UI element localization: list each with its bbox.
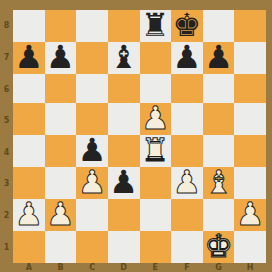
rank-label-2: 2: [0, 200, 13, 232]
square-c7[interactable]: [76, 42, 108, 74]
black-bishop-d7[interactable]: ♝: [109, 41, 138, 73]
black-king-f8[interactable]: ♚: [173, 9, 202, 41]
rank-label-5: 5: [0, 105, 13, 137]
white-pawn-e5[interactable]: ♟: [141, 102, 170, 134]
white-pawn-a2[interactable]: ♟: [14, 198, 43, 230]
square-g1[interactable]: ♚: [203, 231, 235, 263]
square-e3[interactable]: [140, 167, 172, 199]
black-pawn-d3[interactable]: ♟: [109, 166, 138, 198]
square-d6[interactable]: [108, 74, 140, 103]
chess-board: ♜♚♟♟♝♟♟♟♟♜♟♟♟♝♟♟♟♚: [13, 10, 266, 263]
square-b6[interactable]: [45, 74, 77, 103]
square-c2[interactable]: [76, 199, 108, 231]
file-label-a: A: [13, 262, 45, 272]
square-f1[interactable]: [171, 231, 203, 263]
rank-label-6: 6: [0, 73, 13, 105]
square-f5[interactable]: [171, 103, 203, 135]
square-c3[interactable]: ♟: [76, 167, 108, 199]
square-a4[interactable]: [13, 135, 45, 167]
square-h5[interactable]: [234, 103, 266, 135]
file-labels: ABCDEFGH: [13, 262, 266, 272]
white-pawn-c3[interactable]: ♟: [78, 166, 107, 198]
square-a6[interactable]: [13, 74, 45, 103]
square-g5[interactable]: [203, 103, 235, 135]
white-rook-e4[interactable]: ♜: [141, 134, 170, 166]
white-pawn-h2[interactable]: ♟: [236, 198, 265, 230]
square-d7[interactable]: ♝: [108, 42, 140, 74]
file-label-c: C: [76, 262, 108, 272]
file-label-b: B: [45, 262, 77, 272]
square-h7[interactable]: [234, 42, 266, 74]
square-a5[interactable]: [13, 103, 45, 135]
black-pawn-g7[interactable]: ♟: [204, 41, 233, 73]
white-king-g1[interactable]: ♚: [204, 230, 233, 262]
square-g3[interactable]: ♝: [203, 167, 235, 199]
square-h8[interactable]: [234, 10, 266, 42]
square-a1[interactable]: [13, 231, 45, 263]
square-h6[interactable]: [234, 74, 266, 103]
black-pawn-b7[interactable]: ♟: [46, 41, 75, 73]
square-d3[interactable]: ♟: [108, 167, 140, 199]
square-f2[interactable]: [171, 199, 203, 231]
square-h1[interactable]: [234, 231, 266, 263]
square-c1[interactable]: [76, 231, 108, 263]
file-label-d: D: [108, 262, 140, 272]
square-d2[interactable]: [108, 199, 140, 231]
rank-label-4: 4: [0, 137, 13, 169]
chess-board-frame: 87654321 ♜♚♟♟♝♟♟♟♟♜♟♟♟♝♟♟♟♚ ABCDEFGH: [0, 0, 272, 272]
square-e4[interactable]: ♜: [140, 135, 172, 167]
rank-label-7: 7: [0, 42, 13, 74]
file-label-h: H: [234, 262, 266, 272]
square-f3[interactable]: ♟: [171, 167, 203, 199]
square-b2[interactable]: ♟: [45, 199, 77, 231]
white-bishop-g3[interactable]: ♝: [204, 166, 233, 198]
file-label-g: G: [203, 262, 235, 272]
square-f6[interactable]: [171, 74, 203, 103]
square-c6[interactable]: [76, 74, 108, 103]
square-b4[interactable]: [45, 135, 77, 167]
black-pawn-f7[interactable]: ♟: [173, 41, 202, 73]
square-d5[interactable]: [108, 103, 140, 135]
square-e1[interactable]: [140, 231, 172, 263]
black-pawn-a7[interactable]: ♟: [14, 41, 43, 73]
square-e7[interactable]: [140, 42, 172, 74]
square-b1[interactable]: [45, 231, 77, 263]
square-e2[interactable]: [140, 199, 172, 231]
square-h4[interactable]: [234, 135, 266, 167]
square-b7[interactable]: ♟: [45, 42, 77, 74]
square-f7[interactable]: ♟: [171, 42, 203, 74]
square-g7[interactable]: ♟: [203, 42, 235, 74]
white-pawn-b2[interactable]: ♟: [46, 198, 75, 230]
rank-label-8: 8: [0, 10, 13, 42]
square-d1[interactable]: [108, 231, 140, 263]
square-b5[interactable]: [45, 103, 77, 135]
square-a2[interactable]: ♟: [13, 199, 45, 231]
black-pawn-c4[interactable]: ♟: [78, 134, 107, 166]
file-label-f: F: [171, 262, 203, 272]
square-h2[interactable]: ♟: [234, 199, 266, 231]
black-rook-e8[interactable]: ♜: [141, 9, 170, 41]
white-pawn-f3[interactable]: ♟: [173, 166, 202, 198]
rank-label-1: 1: [0, 231, 13, 263]
square-g6[interactable]: [203, 74, 235, 103]
rank-label-3: 3: [0, 168, 13, 200]
file-label-e: E: [140, 262, 172, 272]
square-a7[interactable]: ♟: [13, 42, 45, 74]
rank-labels: 87654321: [0, 10, 13, 263]
square-c8[interactable]: [76, 10, 108, 42]
square-e8[interactable]: ♜: [140, 10, 172, 42]
